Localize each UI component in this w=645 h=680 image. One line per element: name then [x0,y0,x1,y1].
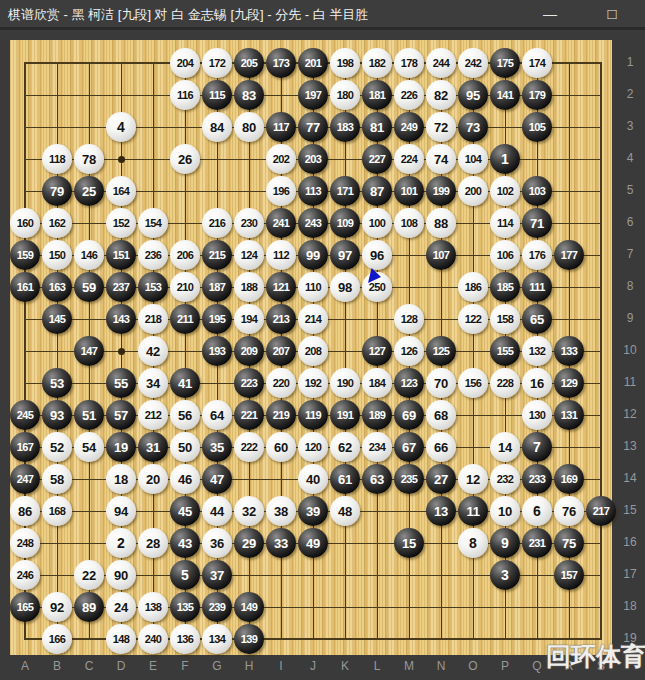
stone-white-G16: 36 [202,528,232,558]
move-number: 81 [370,121,384,134]
col-label-Q: Q [530,659,544,673]
stone-white-N13: 66 [426,432,456,462]
board-surface[interactable]: 2041722051732011981821782442421751741161… [10,40,612,655]
move-number: 4 [117,120,125,134]
move-number: 99 [306,249,320,262]
move-number: 196 [273,186,290,197]
stone-black-B9: 145 [42,304,72,334]
stone-white-F19: 136 [170,624,200,654]
move-number: 114 [497,218,513,229]
move-number: 215 [209,250,226,261]
move-number: 237 [113,282,130,293]
move-number: 43 [178,537,192,550]
move-number: 163 [49,282,66,293]
stone-white-E19: 240 [138,624,168,654]
stone-white-J14: 40 [298,464,328,494]
col-label-M: M [402,659,416,673]
move-number: 37 [210,569,224,582]
move-number: 62 [338,441,352,454]
stone-white-L6: 100 [362,208,392,238]
move-number: 192 [305,378,322,389]
move-number: 129 [561,378,578,389]
move-number: 208 [305,346,322,357]
stone-black-E8: 153 [138,272,168,302]
move-number: 14 [498,441,512,454]
move-number: 185 [497,282,514,293]
stone-black-M16: 15 [394,528,424,558]
move-number: 93 [50,409,64,422]
move-number: 174 [529,58,546,69]
stone-black-Q8: 111 [522,272,552,302]
move-number: 9 [501,536,509,550]
stone-black-F15: 45 [170,496,200,526]
stone-black-R16: 75 [554,528,584,558]
move-number: 77 [306,121,320,134]
stone-white-E18: 138 [138,592,168,622]
stone-white-Q1: 174 [522,48,552,78]
stone-black-A18: 165 [10,592,40,622]
move-number: 71 [530,217,544,230]
move-number: 219 [273,410,290,421]
move-number: 103 [529,186,546,197]
move-number: 249 [401,122,418,133]
stone-white-F4: 26 [170,144,200,174]
stone-white-P14: 232 [490,464,520,494]
move-number: 147 [81,346,98,357]
stone-black-O3: 73 [458,112,488,142]
move-number: 245 [17,410,34,421]
move-number: 95 [466,89,480,102]
stone-black-A12: 245 [10,400,40,430]
stone-white-P5: 102 [490,176,520,206]
move-number: 1 [501,152,509,166]
stone-black-C12: 51 [74,400,104,430]
stone-black-Q14: 233 [522,464,552,494]
move-number: 100 [369,218,386,229]
stone-black-H18: 149 [234,592,264,622]
move-number: 182 [369,58,386,69]
move-number: 130 [529,410,546,421]
move-number: 239 [209,602,226,613]
move-number: 138 [145,602,162,613]
move-number: 179 [529,90,546,101]
stone-black-M5: 101 [394,176,424,206]
maximize-button[interactable]: □ [597,0,627,30]
row-label-5: 5 [617,183,643,197]
stone-white-F14: 46 [170,464,200,494]
move-number: 59 [82,281,96,294]
stone-black-G8: 187 [202,272,232,302]
col-label-E: E [146,659,160,673]
move-number: 168 [49,506,66,517]
move-number: 133 [561,346,578,357]
stone-black-R10: 133 [554,336,584,366]
stone-black-J7: 99 [298,240,328,270]
stone-black-I9: 213 [266,304,296,334]
move-number: 72 [434,121,448,134]
stone-black-B8: 163 [42,272,72,302]
move-number: 90 [114,569,128,582]
stone-black-P2: 141 [490,80,520,110]
stone-black-I6: 241 [266,208,296,238]
stone-black-Q16: 231 [522,528,552,558]
move-number: 35 [210,441,224,454]
move-number: 124 [241,250,258,261]
move-number: 7 [533,440,541,454]
stone-white-G1: 172 [202,48,232,78]
row-label-15: 15 [617,503,643,517]
stone-white-J13: 120 [298,432,328,462]
stone-black-P1: 175 [490,48,520,78]
stone-white-K8: 98 [330,272,360,302]
col-label-O: O [466,659,480,673]
move-number: 167 [17,442,34,453]
move-number: 12 [466,473,480,486]
stone-black-P8: 185 [490,272,520,302]
stone-white-Q15: 6 [522,496,552,526]
move-number: 231 [529,538,546,549]
move-number: 156 [465,378,482,389]
stone-white-A17: 246 [10,560,40,590]
move-number: 83 [242,89,256,102]
move-number: 53 [50,377,64,390]
stone-black-C5: 25 [74,176,104,206]
stone-white-B14: 58 [42,464,72,494]
move-number: 70 [434,377,448,390]
stone-black-K12: 191 [330,400,360,430]
stone-black-C18: 89 [74,592,104,622]
move-number: 136 [177,634,194,645]
stone-black-H11: 223 [234,368,264,398]
move-number: 64 [210,409,224,422]
move-number: 224 [401,154,418,165]
move-number: 247 [17,474,34,485]
move-number: 111 [529,282,544,293]
stone-black-H16: 29 [234,528,264,558]
stone-white-Q12: 130 [522,400,552,430]
stone-black-L5: 87 [362,176,392,206]
stone-black-L3: 81 [362,112,392,142]
stone-white-Q7: 176 [522,240,552,270]
stone-black-D7: 151 [106,240,136,270]
star-point-D10 [118,348,125,355]
col-label-A: A [18,659,32,673]
move-number: 32 [242,505,256,518]
move-number: 201 [305,58,322,69]
move-number: 193 [209,346,226,357]
stone-white-G12: 64 [202,400,232,430]
stone-black-D11: 55 [106,368,136,398]
stone-white-O5: 200 [458,176,488,206]
stone-white-K15: 48 [330,496,360,526]
stone-black-L14: 63 [362,464,392,494]
stone-white-J8: 110 [298,272,328,302]
move-number: 241 [273,218,290,229]
stone-black-Q5: 103 [522,176,552,206]
stone-black-N7: 107 [426,240,456,270]
move-number: 153 [145,282,162,293]
move-number: 80 [242,121,256,134]
stone-black-D12: 57 [106,400,136,430]
stone-white-M6: 108 [394,208,424,238]
stone-black-F11: 41 [170,368,200,398]
move-number: 120 [305,442,322,453]
move-number: 109 [337,218,354,229]
stone-white-F13: 50 [170,432,200,462]
stone-black-A13: 167 [10,432,40,462]
move-number: 54 [82,441,96,454]
titlebar: 棋谱欣赏 - 黑 柯洁 [九段] 对 白 金志锡 [九段] - 分先 - 白 半… [0,0,645,30]
stone-white-O16: 8 [458,528,488,558]
stone-black-L12: 189 [362,400,392,430]
stone-white-N3: 72 [426,112,456,142]
move-number: 134 [209,634,226,645]
stone-black-N15: 13 [426,496,456,526]
move-number: 56 [178,409,192,422]
stone-black-J12: 119 [298,400,328,430]
stone-black-E13: 31 [138,432,168,462]
move-number: 176 [529,250,546,261]
stone-black-D9: 143 [106,304,136,334]
stone-white-M4: 224 [394,144,424,174]
stone-white-H7: 124 [234,240,264,270]
move-number: 55 [114,377,128,390]
move-number: 74 [434,153,448,166]
stone-black-B12: 93 [42,400,72,430]
col-label-B: B [50,659,64,673]
col-label-G: G [210,659,224,673]
stone-white-P7: 106 [490,240,520,270]
stone-white-D16: 2 [106,528,136,558]
stone-white-D18: 24 [106,592,136,622]
move-number: 11 [466,505,479,518]
stone-black-K3: 183 [330,112,360,142]
stone-black-R17: 157 [554,560,584,590]
move-number: 154 [145,218,162,229]
move-number: 123 [401,378,418,389]
move-number: 194 [241,314,258,325]
stone-white-E9: 218 [138,304,168,334]
move-number: 84 [210,121,224,134]
stone-white-F12: 56 [170,400,200,430]
row-label-1: 1 [617,55,643,69]
move-number: 46 [178,473,192,486]
move-number: 10 [498,505,512,518]
stone-black-J2: 197 [298,80,328,110]
move-number: 199 [433,186,450,197]
move-number: 145 [49,314,66,325]
move-number: 105 [529,122,546,133]
stone-black-F16: 43 [170,528,200,558]
move-number: 205 [241,58,258,69]
stone-black-P4: 1 [490,144,520,174]
row-label-8: 8 [617,279,643,293]
stone-black-H19: 139 [234,624,264,654]
move-number: 162 [49,218,66,229]
stone-black-I12: 219 [266,400,296,430]
row-label-3: 3 [617,119,643,133]
stone-white-I7: 112 [266,240,296,270]
stone-white-K1: 198 [330,48,360,78]
row-label-12: 12 [617,407,643,421]
stone-white-E7: 236 [138,240,168,270]
move-number: 158 [497,314,514,325]
grid-line [345,62,346,640]
stone-white-P15: 10 [490,496,520,526]
stone-black-Q9: 65 [522,304,552,334]
move-number: 115 [209,90,225,101]
move-number: 40 [306,473,320,486]
move-number: 180 [337,90,354,101]
stone-white-E6: 154 [138,208,168,238]
move-number: 214 [305,314,322,325]
stone-black-S15: 217 [586,496,616,526]
move-number: 149 [241,602,258,613]
stone-black-N14: 27 [426,464,456,494]
move-number: 210 [177,282,194,293]
move-number: 227 [369,154,386,165]
move-number: 150 [49,250,66,261]
move-number: 65 [530,313,544,326]
stone-black-J1: 201 [298,48,328,78]
move-number: 230 [241,218,258,229]
move-number: 125 [433,346,450,357]
move-number: 97 [338,249,352,262]
move-number: 48 [338,505,352,518]
stone-white-E10: 42 [138,336,168,366]
stone-white-G3: 84 [202,112,232,142]
stone-white-D3: 4 [106,112,136,142]
move-number: 172 [209,58,226,69]
stone-white-N2: 82 [426,80,456,110]
move-number: 34 [146,377,160,390]
stone-black-G18: 239 [202,592,232,622]
move-number: 41 [178,377,192,390]
move-number: 161 [17,282,34,293]
move-number: 165 [17,602,34,613]
stone-white-L1: 182 [362,48,392,78]
move-number: 18 [114,473,128,486]
stone-black-A7: 159 [10,240,40,270]
stone-black-I8: 121 [266,272,296,302]
move-number: 8 [469,536,477,550]
stone-white-P9: 158 [490,304,520,334]
move-number: 222 [241,442,258,453]
stone-white-Q10: 132 [522,336,552,366]
move-number: 131 [561,410,578,421]
move-number: 223 [241,378,258,389]
move-number: 122 [465,314,482,325]
stone-black-H2: 83 [234,80,264,110]
stone-white-C17: 22 [74,560,104,590]
move-number: 246 [17,570,34,581]
stone-black-J16: 49 [298,528,328,558]
stone-white-D6: 152 [106,208,136,238]
stone-black-Q2: 179 [522,80,552,110]
stone-white-O8: 186 [458,272,488,302]
move-number: 112 [273,250,289,261]
stone-black-L2: 181 [362,80,392,110]
stone-white-H6: 230 [234,208,264,238]
move-number: 195 [209,314,226,325]
stone-black-R7: 177 [554,240,584,270]
stone-black-R11: 129 [554,368,584,398]
stone-black-J15: 39 [298,496,328,526]
move-number: 232 [497,474,514,485]
move-number: 102 [497,186,514,197]
col-label-N: N [434,659,448,673]
move-number: 220 [273,378,290,389]
stone-black-F18: 135 [170,592,200,622]
stone-white-N12: 68 [426,400,456,430]
stone-white-F8: 210 [170,272,200,302]
stone-white-N11: 70 [426,368,456,398]
move-number: 127 [369,346,386,357]
move-number: 148 [113,634,130,645]
stone-white-C4: 78 [74,144,104,174]
stone-black-G7: 215 [202,240,232,270]
move-number: 206 [177,250,194,261]
stone-black-M12: 69 [394,400,424,430]
stone-black-P17: 3 [490,560,520,590]
move-number: 151 [113,250,130,261]
move-number: 198 [337,58,354,69]
move-number: 157 [561,570,578,581]
move-number: 191 [337,410,354,421]
move-number: 221 [241,410,258,421]
stone-black-I1: 173 [266,48,296,78]
minimize-button[interactable]: — [535,0,565,30]
stone-white-M10: 126 [394,336,424,366]
stone-white-I13: 60 [266,432,296,462]
move-number: 209 [241,346,258,357]
move-number: 76 [562,505,576,518]
move-number: 20 [146,473,160,486]
stone-black-K5: 171 [330,176,360,206]
stone-white-I15: 38 [266,496,296,526]
move-number: 108 [401,218,418,229]
stone-black-H10: 209 [234,336,264,366]
move-number: 98 [338,281,352,294]
move-number: 25 [82,185,96,198]
move-number: 200 [465,186,482,197]
move-number: 119 [305,410,321,421]
move-number: 242 [465,58,482,69]
stone-black-I3: 117 [266,112,296,142]
move-number: 58 [50,473,64,486]
stone-black-K7: 97 [330,240,360,270]
stone-white-B15: 168 [42,496,72,526]
move-number: 132 [529,346,546,357]
move-number: 52 [50,441,64,454]
move-number: 135 [177,602,194,613]
stone-white-C7: 146 [74,240,104,270]
stone-white-P13: 14 [490,432,520,462]
move-number: 33 [274,537,288,550]
row-label-9: 9 [617,311,643,325]
stone-white-O11: 156 [458,368,488,398]
stone-black-G13: 35 [202,432,232,462]
move-number: 181 [369,90,386,101]
move-number: 39 [306,505,320,518]
move-number: 78 [82,153,96,166]
stone-white-F2: 116 [170,80,200,110]
stone-black-H12: 221 [234,400,264,430]
move-number: 110 [305,282,321,293]
stone-black-B5: 79 [42,176,72,206]
stone-black-Q13: 7 [522,432,552,462]
move-number: 184 [369,378,386,389]
